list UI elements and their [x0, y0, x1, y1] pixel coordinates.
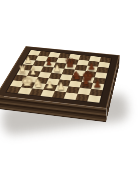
square-h1	[87, 95, 101, 103]
chess-box: ♟♝♛♟♟♜♝♞♚♜♟♚♞♟♟	[0, 46, 120, 108]
square-a3	[13, 75, 27, 82]
square-e4	[60, 74, 73, 81]
product-photo-chess-box: ♟♝♛♟♟♜♝♞♚♜♟♚♞♟♟	[0, 0, 140, 187]
chess-board-grid: ♟♝♛♟♟♜♝♞♚♜♟♚♞♟♟	[7, 50, 112, 103]
square-a5	[20, 64, 33, 70]
